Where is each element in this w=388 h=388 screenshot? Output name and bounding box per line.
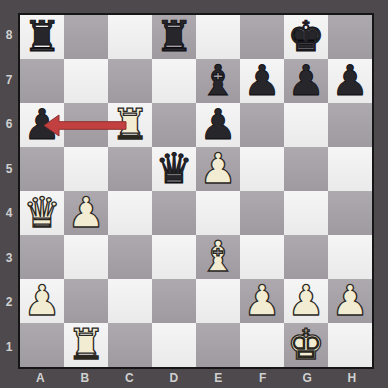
square-a6[interactable]: ♟	[20, 103, 64, 147]
file-label-f: F	[241, 369, 286, 386]
square-e2[interactable]	[196, 279, 240, 323]
piece-white-pawn-e5[interactable]: ♟	[199, 147, 237, 191]
square-a2[interactable]: ♟	[20, 279, 64, 323]
square-f5[interactable]	[240, 147, 284, 191]
square-b3[interactable]	[64, 235, 108, 279]
piece-white-queen-a4[interactable]: ♛	[23, 191, 61, 235]
square-b7[interactable]	[64, 59, 108, 103]
file-label-a: A	[18, 369, 63, 386]
square-f4[interactable]	[240, 191, 284, 235]
square-a5[interactable]	[20, 147, 64, 191]
square-c2[interactable]	[108, 279, 152, 323]
square-d2[interactable]	[152, 279, 196, 323]
square-g2[interactable]: ♟	[284, 279, 328, 323]
square-g8[interactable]: ♚	[284, 15, 328, 59]
square-e1[interactable]	[196, 323, 240, 367]
piece-white-rook-b1[interactable]: ♜	[67, 323, 105, 367]
square-a8[interactable]: ♜	[20, 15, 64, 59]
rank-label-3: 3	[0, 236, 18, 281]
square-g5[interactable]	[284, 147, 328, 191]
rank-label-7: 7	[0, 58, 18, 103]
square-h8[interactable]	[328, 15, 372, 59]
piece-black-rook-d8[interactable]: ♜	[155, 15, 193, 59]
piece-black-pawn-f7[interactable]: ♟	[243, 59, 281, 103]
square-c5[interactable]	[108, 147, 152, 191]
rank-label-2: 2	[0, 280, 18, 325]
file-label-g: G	[285, 369, 330, 386]
square-c7[interactable]	[108, 59, 152, 103]
square-h7[interactable]: ♟	[328, 59, 372, 103]
chess-app-window: 87654321 ♜♜♚♝♟♟♟♟♜♟♛♟♛♟♝♟♟♟♟♜♚ ABCDEFGH	[0, 0, 388, 388]
piece-black-pawn-h7[interactable]: ♟	[331, 59, 369, 103]
square-g6[interactable]	[284, 103, 328, 147]
piece-white-bishop-e3[interactable]: ♝	[199, 235, 237, 279]
square-b1[interactable]: ♜	[64, 323, 108, 367]
square-a4[interactable]: ♛	[20, 191, 64, 235]
piece-black-pawn-e6[interactable]: ♟	[199, 103, 237, 147]
square-e8[interactable]	[196, 15, 240, 59]
piece-black-pawn-g7[interactable]: ♟	[287, 59, 325, 103]
square-e3[interactable]: ♝	[196, 235, 240, 279]
square-h1[interactable]	[328, 323, 372, 367]
square-c4[interactable]	[108, 191, 152, 235]
piece-black-queen-d5[interactable]: ♛	[155, 147, 193, 191]
square-g4[interactable]	[284, 191, 328, 235]
square-g1[interactable]: ♚	[284, 323, 328, 367]
square-f6[interactable]	[240, 103, 284, 147]
square-d3[interactable]	[152, 235, 196, 279]
chess-board: ♜♜♚♝♟♟♟♟♜♟♛♟♛♟♝♟♟♟♟♜♚	[18, 13, 374, 369]
square-d7[interactable]	[152, 59, 196, 103]
square-a7[interactable]	[20, 59, 64, 103]
piece-black-rook-a8[interactable]: ♜	[23, 15, 61, 59]
piece-black-bishop-e7[interactable]: ♝	[199, 59, 237, 103]
square-e4[interactable]	[196, 191, 240, 235]
square-c6[interactable]: ♜	[108, 103, 152, 147]
square-f8[interactable]	[240, 15, 284, 59]
square-e7[interactable]: ♝	[196, 59, 240, 103]
piece-white-king-g1[interactable]: ♚	[287, 323, 325, 367]
piece-black-king-g8[interactable]: ♚	[287, 15, 325, 59]
file-label-c: C	[107, 369, 152, 386]
square-h2[interactable]: ♟	[328, 279, 372, 323]
file-label-d: D	[152, 369, 197, 386]
rank-label-8: 8	[0, 13, 18, 58]
piece-white-pawn-f2[interactable]: ♟	[243, 279, 281, 323]
square-g7[interactable]: ♟	[284, 59, 328, 103]
square-g3[interactable]	[284, 235, 328, 279]
square-a3[interactable]	[20, 235, 64, 279]
piece-white-pawn-g2[interactable]: ♟	[287, 279, 325, 323]
square-h3[interactable]	[328, 235, 372, 279]
square-c1[interactable]	[108, 323, 152, 367]
piece-black-pawn-a6[interactable]: ♟	[23, 103, 61, 147]
square-e5[interactable]: ♟	[196, 147, 240, 191]
square-e6[interactable]: ♟	[196, 103, 240, 147]
rank-label-4: 4	[0, 191, 18, 236]
square-f1[interactable]	[240, 323, 284, 367]
piece-white-pawn-h2[interactable]: ♟	[331, 279, 369, 323]
piece-white-pawn-b4[interactable]: ♟	[67, 191, 105, 235]
square-h6[interactable]	[328, 103, 372, 147]
square-b4[interactable]: ♟	[64, 191, 108, 235]
square-b2[interactable]	[64, 279, 108, 323]
square-h5[interactable]	[328, 147, 372, 191]
square-f2[interactable]: ♟	[240, 279, 284, 323]
square-c3[interactable]	[108, 235, 152, 279]
square-d8[interactable]: ♜	[152, 15, 196, 59]
rank-labels: 87654321	[0, 13, 18, 369]
square-d6[interactable]	[152, 103, 196, 147]
rank-label-6: 6	[0, 102, 18, 147]
square-a1[interactable]	[20, 323, 64, 367]
piece-white-rook-c6[interactable]: ♜	[111, 103, 149, 147]
file-labels: ABCDEFGH	[18, 369, 374, 386]
square-f3[interactable]	[240, 235, 284, 279]
square-f7[interactable]: ♟	[240, 59, 284, 103]
square-b6[interactable]	[64, 103, 108, 147]
file-label-h: H	[330, 369, 375, 386]
square-b5[interactable]	[64, 147, 108, 191]
square-d1[interactable]	[152, 323, 196, 367]
rank-label-5: 5	[0, 147, 18, 192]
piece-white-pawn-a2[interactable]: ♟	[23, 279, 61, 323]
square-h4[interactable]	[328, 191, 372, 235]
square-b8[interactable]	[64, 15, 108, 59]
square-d5[interactable]: ♛	[152, 147, 196, 191]
rank-label-1: 1	[0, 325, 18, 370]
square-d4[interactable]	[152, 191, 196, 235]
file-label-e: E	[196, 369, 241, 386]
square-c8[interactable]	[108, 15, 152, 59]
file-label-b: B	[63, 369, 108, 386]
